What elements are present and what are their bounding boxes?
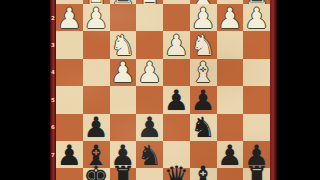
square-h7[interactable]: ♟ (56, 141, 83, 168)
square-f2[interactable] (110, 4, 137, 31)
square-e6[interactable]: ♟ (136, 114, 163, 141)
square-b6[interactable] (217, 114, 244, 141)
square-f8[interactable]: ♜ (110, 168, 137, 180)
square-b2[interactable]: ♟ (217, 4, 244, 31)
piece-black-pawn[interactable]: ♟ (217, 142, 242, 170)
square-d8[interactable]: ♛ (163, 168, 190, 180)
board-frame-right (270, 0, 277, 180)
square-g5[interactable] (83, 86, 110, 113)
piece-black-pawn[interactable]: ♟ (164, 87, 189, 115)
square-h4[interactable] (56, 59, 83, 86)
piece-black-queen[interactable]: ♛ (164, 163, 189, 180)
square-b7[interactable]: ♟ (217, 141, 244, 168)
square-e5[interactable] (136, 86, 163, 113)
piece-white-pawn[interactable]: ♟ (110, 59, 135, 87)
square-b8[interactable] (217, 168, 244, 180)
square-e3[interactable] (136, 31, 163, 58)
square-a2[interactable]: ♟ (243, 4, 270, 31)
square-h3[interactable] (56, 31, 83, 58)
square-c6[interactable]: ♞ (190, 114, 217, 141)
rank-label-2: 2 (50, 15, 57, 21)
square-f5[interactable] (110, 86, 137, 113)
square-f3[interactable]: ♞ (110, 31, 137, 58)
piece-white-pawn[interactable]: ♟ (84, 5, 109, 33)
square-a5[interactable] (243, 86, 270, 113)
square-h6[interactable] (56, 114, 83, 141)
square-f4[interactable]: ♟ (110, 59, 137, 86)
rank-label-4: 4 (50, 69, 57, 75)
square-d2[interactable] (163, 4, 190, 31)
square-g3[interactable] (83, 31, 110, 58)
square-e4[interactable]: ♟ (136, 59, 163, 86)
square-e2[interactable] (136, 4, 163, 31)
square-d5[interactable]: ♟ (163, 86, 190, 113)
square-f6[interactable] (110, 114, 137, 141)
square-h5[interactable] (56, 86, 83, 113)
square-c4[interactable]: ♝ (190, 59, 217, 86)
piece-black-rook[interactable]: ♜ (110, 163, 135, 180)
letterbox-bar-right (277, 0, 320, 180)
square-g6[interactable]: ♟ (83, 114, 110, 141)
piece-black-rook[interactable]: ♜ (244, 163, 269, 180)
square-c5[interactable]: ♟ (190, 86, 217, 113)
letterbox-bar-left (0, 0, 50, 180)
piece-white-pawn[interactable]: ♟ (57, 5, 82, 33)
square-c3[interactable]: ♞ (190, 31, 217, 58)
square-a3[interactable] (243, 31, 270, 58)
piece-white-pawn[interactable]: ♟ (164, 32, 189, 60)
square-d6[interactable] (163, 114, 190, 141)
square-a6[interactable] (243, 114, 270, 141)
square-d4[interactable] (163, 59, 190, 86)
square-b4[interactable] (217, 59, 244, 86)
piece-white-pawn[interactable]: ♟ (217, 5, 242, 33)
piece-white-pawn[interactable]: ♟ (137, 59, 162, 87)
rank-label-7: 7 (50, 152, 57, 158)
square-a4[interactable] (243, 59, 270, 86)
square-c8[interactable]: ♝ (190, 168, 217, 180)
rank-label-5: 5 (50, 97, 57, 103)
piece-white-pawn[interactable]: ♟ (244, 5, 269, 33)
piece-black-king[interactable]: ♚ (84, 163, 109, 180)
rank-label-8: 8 (50, 179, 57, 180)
square-e8[interactable] (136, 168, 163, 180)
piece-black-knight[interactable]: ♞ (137, 142, 162, 170)
square-g4[interactable] (83, 59, 110, 86)
square-a8[interactable]: ♜ (243, 168, 270, 180)
chess-board: ♚♜♛♝♜♟♟♟♟♟♞♟♞♟♟♝♟♟♟♟♞♟♝♟♞♟♟♚♜♛♝♜ (56, 0, 270, 180)
square-e7[interactable]: ♞ (136, 141, 163, 168)
rank-label-6: 6 (50, 124, 57, 130)
square-b5[interactable] (217, 86, 244, 113)
square-d3[interactable]: ♟ (163, 31, 190, 58)
piece-black-pawn[interactable]: ♟ (57, 142, 82, 170)
square-c2[interactable]: ♟ (190, 4, 217, 31)
square-g8[interactable]: ♚ (83, 168, 110, 180)
square-h2[interactable]: ♟ (56, 4, 83, 31)
piece-black-bishop[interactable]: ♝ (191, 163, 216, 180)
square-h8[interactable] (56, 168, 83, 180)
piece-black-knight[interactable]: ♞ (191, 114, 216, 142)
square-b3[interactable] (217, 31, 244, 58)
square-g2[interactable]: ♟ (83, 4, 110, 31)
video-frame: ♚♜♛♝♜♟♟♟♟♟♞♟♞♟♟♝♟♟♟♟♞♟♝♟♞♟♟♚♜♛♝♜ 1234567… (0, 0, 320, 180)
rank-label-3: 3 (50, 42, 57, 48)
